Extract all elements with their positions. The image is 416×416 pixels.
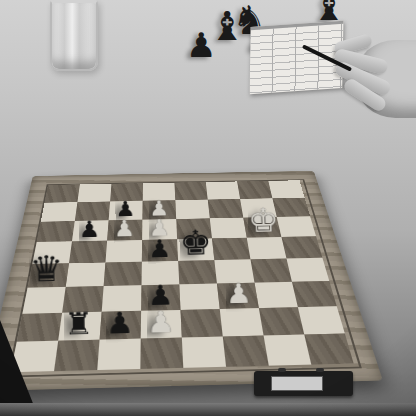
square-h8[interactable] — [268, 180, 304, 198]
square-e4[interactable] — [178, 260, 217, 284]
square-b6[interactable]: ♟ — [72, 220, 109, 241]
piece-black-king-e5[interactable]: ♚ — [179, 226, 212, 261]
square-f1[interactable] — [223, 336, 269, 367]
piece-white-pawn-f3[interactable]: ♟ — [225, 280, 252, 308]
square-a7[interactable] — [41, 202, 78, 222]
board-wooden-frame: ♟♟♟♟♟♚♟♚♛♟♟♜♟♟ — [0, 171, 383, 391]
square-g5[interactable] — [247, 237, 287, 259]
square-d5[interactable]: ♟ — [142, 239, 178, 262]
square-f3[interactable]: ♟ — [217, 283, 259, 309]
square-a6[interactable] — [37, 221, 75, 242]
square-c4[interactable] — [104, 262, 142, 286]
chess-clock[interactable] — [254, 371, 353, 396]
square-c6[interactable]: ♟ — [107, 220, 142, 241]
square-g3[interactable] — [254, 282, 297, 308]
square-g6[interactable]: ♚ — [243, 217, 281, 238]
square-b2[interactable]: ♜ — [58, 312, 101, 341]
square-c1[interactable] — [97, 339, 141, 370]
clock-button[interactable] — [278, 368, 286, 372]
square-a3[interactable] — [22, 287, 65, 314]
square-f8[interactable] — [206, 181, 240, 199]
table-front-edge — [0, 403, 416, 416]
board-squares: ♟♟♟♟♟♚♟♚♛♟♟♜♟♟ — [11, 180, 354, 372]
piece-black-rook-b2[interactable]: ♜ — [64, 308, 94, 339]
clock-display — [271, 376, 323, 391]
square-b1[interactable] — [54, 340, 100, 372]
square-g1[interactable] — [264, 335, 312, 366]
square-d1[interactable] — [140, 338, 183, 369]
square-e8[interactable] — [174, 182, 207, 200]
square-b8[interactable] — [77, 184, 111, 202]
square-c5[interactable] — [105, 240, 142, 263]
square-h4[interactable] — [286, 258, 329, 282]
square-g4[interactable] — [250, 259, 291, 283]
clock-button[interactable] — [316, 368, 324, 372]
square-b5[interactable] — [69, 241, 107, 264]
square-h3[interactable] — [292, 281, 337, 307]
square-h5[interactable] — [281, 236, 322, 258]
square-e7[interactable] — [175, 200, 210, 219]
square-a2[interactable] — [17, 313, 62, 342]
piece-black-pawn-c2[interactable]: ♟ — [106, 308, 135, 338]
square-f6[interactable] — [210, 218, 247, 239]
square-g8[interactable] — [237, 181, 272, 199]
player-hand — [332, 24, 416, 124]
square-h2[interactable] — [298, 306, 345, 334]
chess-board: ♟♟♟♟♟♚♟♚♛♟♟♜♟♟ — [0, 171, 383, 391]
piece-white-pawn-d2[interactable]: ♟ — [147, 307, 176, 337]
square-b4[interactable] — [66, 263, 106, 287]
square-h1[interactable] — [304, 334, 353, 365]
piece-white-pawn-c6[interactable]: ♟ — [113, 217, 135, 240]
piece-white-king-g6[interactable]: ♚ — [247, 204, 279, 237]
piece-black-queen-a4[interactable]: ♛ — [29, 251, 64, 287]
piece-black-pawn-d5[interactable]: ♟ — [148, 236, 172, 261]
square-f5[interactable] — [212, 238, 250, 260]
board-playing-area: ♟♟♟♟♟♚♟♚♛♟♟♜♟♟ — [7, 179, 362, 377]
square-a8[interactable] — [45, 184, 80, 202]
square-d2[interactable]: ♟ — [141, 310, 182, 339]
square-e3[interactable] — [179, 284, 219, 310]
square-f7[interactable] — [208, 199, 244, 218]
square-a4[interactable]: ♛ — [28, 263, 69, 288]
square-e1[interactable] — [182, 337, 226, 368]
drinking-glass — [50, 0, 98, 71]
square-e5[interactable]: ♚ — [177, 238, 214, 260]
square-g2[interactable] — [259, 307, 304, 335]
photo-canvas: ♟♟♟♟♟♚♟♚♛♟♟♜♟♟ ♟♝♞♟♟♟♝ — [0, 0, 416, 416]
square-f2[interactable] — [220, 308, 264, 337]
square-e2[interactable] — [180, 309, 222, 338]
piece-black-pawn-b6[interactable]: ♟ — [78, 218, 100, 241]
square-h6[interactable] — [277, 216, 316, 237]
square-c2[interactable]: ♟ — [100, 311, 142, 340]
